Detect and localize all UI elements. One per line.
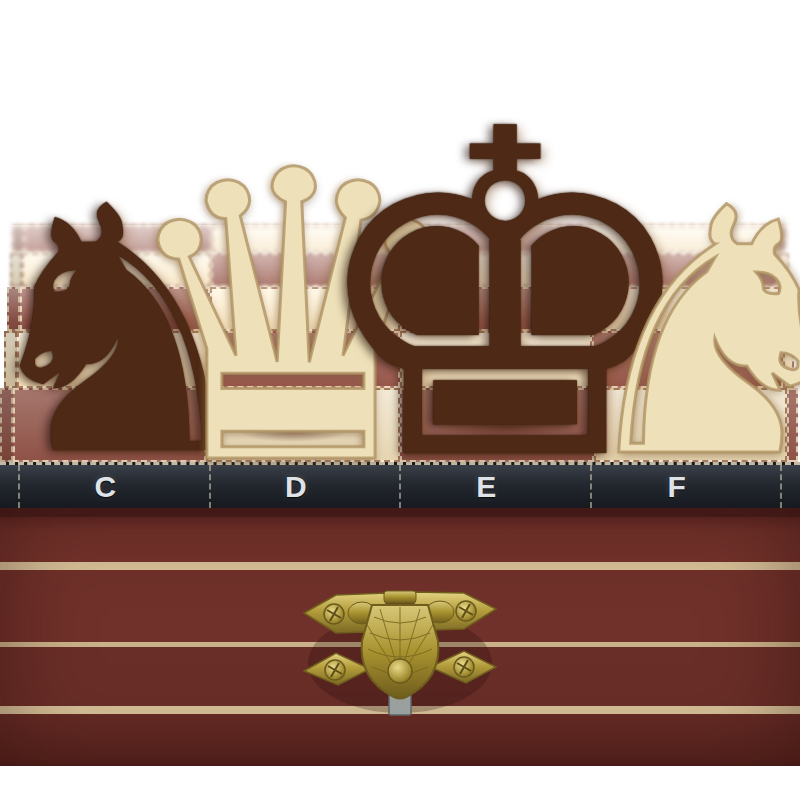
light-knight-f1[interactable]: ♞ <box>564 164 800 436</box>
chess-box-photo: C D E F <box>0 0 800 800</box>
knight-glyph: ♞ <box>564 164 800 504</box>
latch-button <box>388 659 412 683</box>
brass-latch <box>300 583 500 723</box>
